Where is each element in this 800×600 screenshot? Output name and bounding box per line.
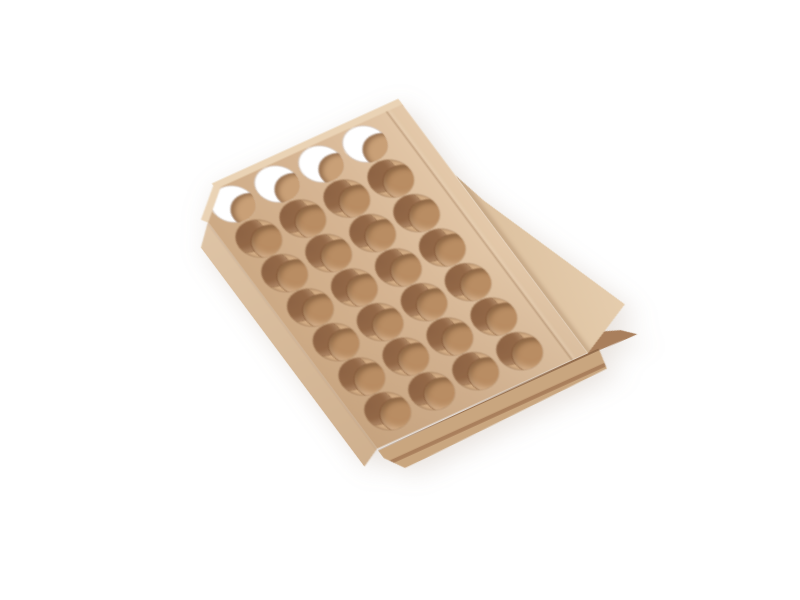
photo-canvas [0,0,800,600]
